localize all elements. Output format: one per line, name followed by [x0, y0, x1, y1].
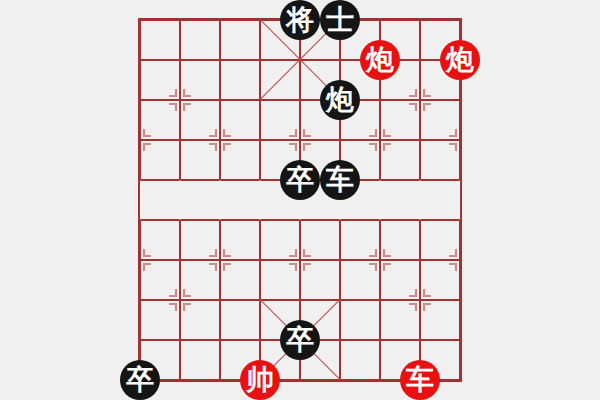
river-cell[interactable]: [220, 180, 260, 220]
board-cell[interactable]: [340, 300, 380, 340]
board-cell[interactable]: [380, 300, 420, 340]
board-cell[interactable]: [380, 260, 420, 300]
board-cell[interactable]: [180, 140, 220, 180]
board-cell[interactable]: [420, 140, 460, 180]
board-cell[interactable]: [420, 100, 460, 140]
board-cell[interactable]: [220, 20, 260, 60]
board-cell[interactable]: [420, 260, 460, 300]
board-cell[interactable]: [380, 220, 420, 260]
xiangqi-board[interactable]: 将士炮炮炮卒车卒卒帅车: [138, 18, 462, 382]
piece-red-cannon[interactable]: 炮: [440, 40, 480, 80]
board-cell[interactable]: [420, 220, 460, 260]
board-cell[interactable]: [220, 300, 260, 340]
board-cell[interactable]: [180, 20, 220, 60]
board-cell[interactable]: [220, 220, 260, 260]
piece-black-advisor[interactable]: 士: [320, 0, 360, 40]
board-cell[interactable]: [340, 340, 380, 380]
board-cell[interactable]: [180, 340, 220, 380]
board-cell[interactable]: [140, 260, 180, 300]
board-cell[interactable]: [300, 220, 340, 260]
xiangqi-screenshot: 将士炮炮炮卒车卒卒帅车: [0, 0, 600, 400]
board-cell[interactable]: [220, 60, 260, 100]
board-cell[interactable]: [140, 220, 180, 260]
board-cell[interactable]: [260, 100, 300, 140]
piece-red-chariot[interactable]: 车: [400, 360, 440, 400]
piece-red-cannon[interactable]: 炮: [360, 40, 400, 80]
board-cell[interactable]: [180, 260, 220, 300]
piece-black-general[interactable]: 将: [280, 0, 320, 40]
board-cell[interactable]: [300, 260, 340, 300]
board-cell[interactable]: [380, 100, 420, 140]
piece-black-pawn[interactable]: 卒: [120, 360, 160, 400]
board-cell[interactable]: [260, 220, 300, 260]
piece-black-cannon[interactable]: 炮: [320, 80, 360, 120]
piece-black-chariot[interactable]: 车: [320, 160, 360, 200]
board-cell[interactable]: [220, 140, 260, 180]
river-cell[interactable]: [140, 180, 180, 220]
piece-black-pawn[interactable]: 卒: [280, 160, 320, 200]
river-cell[interactable]: [380, 180, 420, 220]
board-cell[interactable]: [260, 60, 300, 100]
board-cell[interactable]: [140, 140, 180, 180]
board-cell[interactable]: [380, 140, 420, 180]
board-cell[interactable]: [180, 100, 220, 140]
board-cell[interactable]: [260, 260, 300, 300]
board-cell[interactable]: [340, 260, 380, 300]
board-cell[interactable]: [180, 220, 220, 260]
board-cell[interactable]: [140, 100, 180, 140]
board-cell[interactable]: [340, 220, 380, 260]
board-cell[interactable]: [180, 300, 220, 340]
board-cell[interactable]: [220, 260, 260, 300]
river-cell[interactable]: [420, 180, 460, 220]
board-cell[interactable]: [180, 60, 220, 100]
board-cell[interactable]: [140, 60, 180, 100]
board-cell[interactable]: [140, 20, 180, 60]
board-cell[interactable]: [220, 100, 260, 140]
piece-red-general[interactable]: 帅: [240, 360, 280, 400]
board-cell[interactable]: [140, 300, 180, 340]
river-cell[interactable]: [180, 180, 220, 220]
board-cell[interactable]: [420, 300, 460, 340]
piece-black-pawn[interactable]: 卒: [280, 320, 320, 360]
